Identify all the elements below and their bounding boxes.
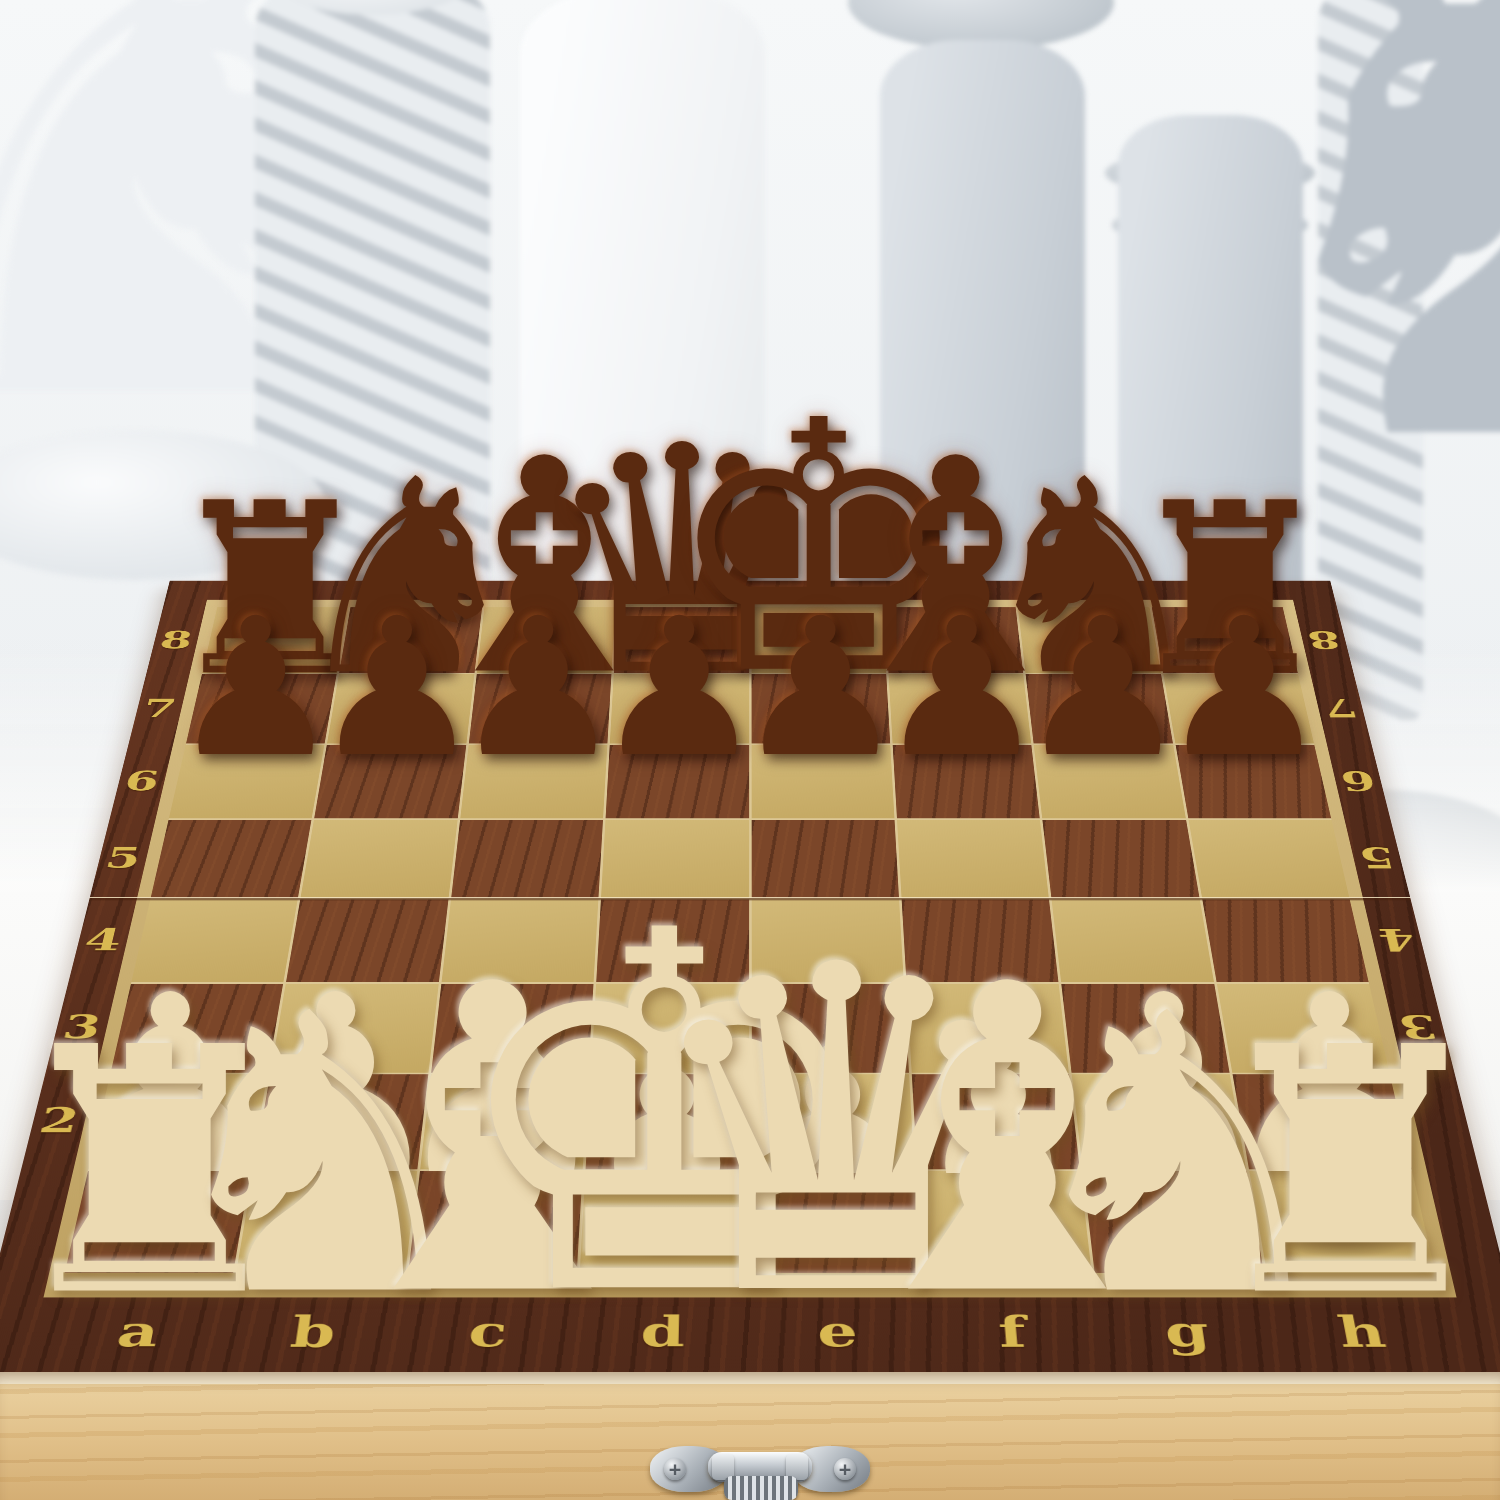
screw-icon [664, 1458, 686, 1480]
chess-set-product-photo: ♞♞ 8765432876543abcdefgh ♜♞♝♛♚♝♞♜♟♟♟♟♟♟♟… [0, 0, 1500, 1500]
latch [650, 1432, 870, 1500]
pieces-layer: ♜♞♝♛♚♝♞♜♟♟♟♟♟♟♟♟♟♟♟♟♟♟♟♟♜♞♝♚♛♝♞♜ [0, 0, 1500, 1500]
piece-black-p-h7: ♟ [1159, 593, 1330, 784]
latch-spring [724, 1476, 798, 1500]
screw-icon [834, 1458, 856, 1480]
piece-white-r-h1: ♜ [1199, 1004, 1500, 1343]
